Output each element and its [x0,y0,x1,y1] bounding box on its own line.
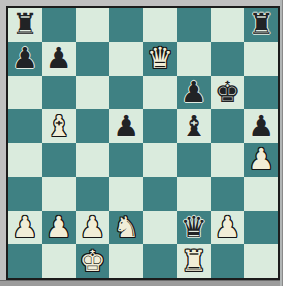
square-c5[interactable] [76,109,110,143]
square-f3[interactable] [177,177,211,211]
piece-white-king[interactable]: ♚ [79,247,105,276]
square-d6[interactable] [109,76,143,110]
square-f1[interactable]: ♜ [177,244,211,278]
square-d8[interactable] [109,8,143,42]
square-c8[interactable] [76,8,110,42]
square-f5[interactable]: ♝ [177,109,211,143]
square-g8[interactable] [211,8,245,42]
piece-black-bishop[interactable]: ♝ [181,112,207,141]
square-c2[interactable]: ♟ [76,211,110,245]
square-e7[interactable]: ♛ [143,42,177,76]
square-c6[interactable] [76,76,110,110]
square-e4[interactable] [143,143,177,177]
chess-board: ♜♜♟♟♛♟♚♝♟♝♟♟♟♟♟♞♛♟♚♜ [8,8,278,278]
square-c4[interactable] [76,143,110,177]
square-e6[interactable] [143,76,177,110]
square-d7[interactable] [109,42,143,76]
piece-white-rook[interactable]: ♜ [181,247,207,276]
window-right-strip [280,0,283,286]
square-g4[interactable] [211,143,245,177]
square-h3[interactable] [244,177,278,211]
square-g7[interactable] [211,42,245,76]
square-h5[interactable]: ♟ [244,109,278,143]
square-f4[interactable] [177,143,211,177]
piece-white-pawn[interactable]: ♟ [214,213,240,242]
square-b4[interactable] [42,143,76,177]
square-a3[interactable] [8,177,42,211]
square-b3[interactable] [42,177,76,211]
piece-white-pawn[interactable]: ♟ [248,145,274,174]
square-a5[interactable] [8,109,42,143]
square-b5[interactable]: ♝ [42,109,76,143]
piece-white-knight[interactable]: ♞ [113,213,139,242]
square-h8[interactable]: ♜ [244,8,278,42]
square-e8[interactable] [143,8,177,42]
square-h7[interactable] [244,42,278,76]
square-d5[interactable]: ♟ [109,109,143,143]
square-h1[interactable] [244,244,278,278]
piece-white-queen[interactable]: ♛ [147,44,173,73]
square-b6[interactable] [42,76,76,110]
chess-gui-window: ♜♜♟♟♛♟♚♝♟♝♟♟♟♟♟♞♛♟♚♜ [0,0,283,286]
piece-black-king[interactable]: ♚ [214,78,240,107]
square-b7[interactable]: ♟ [42,42,76,76]
piece-black-queen[interactable]: ♛ [181,213,207,242]
square-e3[interactable] [143,177,177,211]
square-f7[interactable] [177,42,211,76]
square-d3[interactable] [109,177,143,211]
piece-black-pawn[interactable]: ♟ [113,112,139,141]
square-c3[interactable] [76,177,110,211]
piece-white-pawn[interactable]: ♟ [12,213,38,242]
square-f6[interactable]: ♟ [177,76,211,110]
square-d1[interactable] [109,244,143,278]
square-e5[interactable] [143,109,177,143]
square-g3[interactable] [211,177,245,211]
square-e1[interactable] [143,244,177,278]
square-c1[interactable]: ♚ [76,244,110,278]
square-a6[interactable] [8,76,42,110]
square-b8[interactable] [42,8,76,42]
piece-black-rook[interactable]: ♜ [248,10,274,39]
square-g6[interactable]: ♚ [211,76,245,110]
square-f8[interactable] [177,8,211,42]
square-g5[interactable] [211,109,245,143]
square-a1[interactable] [8,244,42,278]
square-h4[interactable]: ♟ [244,143,278,177]
square-g1[interactable] [211,244,245,278]
square-e2[interactable] [143,211,177,245]
square-g2[interactable]: ♟ [211,211,245,245]
square-a7[interactable]: ♟ [8,42,42,76]
piece-black-pawn[interactable]: ♟ [46,44,72,73]
window-bottom-strip [0,280,283,286]
square-b1[interactable] [42,244,76,278]
square-d4[interactable] [109,143,143,177]
piece-white-pawn[interactable]: ♟ [46,213,72,242]
square-h6[interactable] [244,76,278,110]
square-b2[interactable]: ♟ [42,211,76,245]
piece-black-pawn[interactable]: ♟ [181,78,207,107]
square-a4[interactable] [8,143,42,177]
square-f2[interactable]: ♛ [177,211,211,245]
square-h2[interactable] [244,211,278,245]
piece-black-rook[interactable]: ♜ [12,10,38,39]
square-a8[interactable]: ♜ [8,8,42,42]
piece-white-pawn[interactable]: ♟ [79,213,105,242]
piece-black-pawn[interactable]: ♟ [248,112,274,141]
square-a2[interactable]: ♟ [8,211,42,245]
piece-white-bishop[interactable]: ♝ [46,112,72,141]
square-d2[interactable]: ♞ [109,211,143,245]
piece-black-pawn[interactable]: ♟ [12,44,38,73]
square-c7[interactable] [76,42,110,76]
chess-board-frame: ♜♜♟♟♛♟♚♝♟♝♟♟♟♟♟♞♛♟♚♜ [6,6,280,280]
